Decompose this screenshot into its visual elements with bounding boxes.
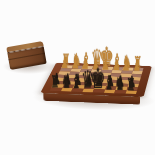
board-square-e1: ♚ bbox=[93, 89, 105, 93]
white-pawn: ♟ bbox=[61, 56, 69, 71]
black-bishop: ♝ bbox=[104, 73, 115, 93]
white-pawn: ♟ bbox=[133, 59, 141, 74]
box-lid-seam bbox=[8, 53, 45, 60]
white-pawn: ♟ bbox=[122, 59, 130, 74]
black-rook: ♜ bbox=[126, 77, 135, 94]
chess-board: ♜♞♝♛♚♝♞♜♟♟♟♟♟♟♟♟♟♟♟♟♟♟♟♟♜♞♝♛♚♝♞♜ bbox=[40, 63, 152, 98]
board-grid: ♜♞♝♛♚♝♞♜♟♟♟♟♟♟♟♟♟♟♟♟♟♟♟♟♜♞♝♛♚♝♞♜ bbox=[50, 65, 144, 94]
black-knight: ♞ bbox=[115, 74, 125, 93]
black-knight: ♞ bbox=[61, 72, 71, 91]
black-rook: ♜ bbox=[51, 74, 60, 90]
board-square-h1: ♜ bbox=[125, 90, 137, 94]
board-square-g1: ♞ bbox=[114, 90, 126, 94]
photo-scene: ♜♞♝♛♚♝♞♜♟♟♟♟♟♟♟♟♟♟♟♟♟♟♟♟♜♞♝♛♚♝♞♜ bbox=[0, 0, 155, 155]
